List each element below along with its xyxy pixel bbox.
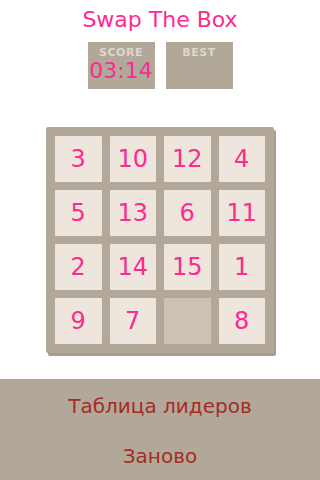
tile-4[interactable]: 4	[219, 136, 266, 182]
score-value: 03:14	[88, 59, 155, 83]
best-label: BEST	[166, 47, 233, 59]
app-screen: Swap The Box SCORE 03:14 BEST 3101245136…	[0, 0, 320, 480]
tile-7[interactable]: 7	[110, 298, 157, 344]
tile-5[interactable]: 5	[55, 190, 102, 236]
score-box: SCORE 03:14	[88, 42, 155, 89]
tile-2[interactable]: 2	[55, 244, 102, 290]
best-box: BEST	[166, 42, 233, 89]
tile-10[interactable]: 10	[110, 136, 157, 182]
leaderboard-button[interactable]: Таблица лидеров	[0, 394, 320, 418]
tile-3[interactable]: 3	[55, 136, 102, 182]
stats-row: SCORE 03:14 BEST	[0, 42, 320, 89]
puzzle-board: 310124513611214151978	[46, 127, 274, 353]
tile-11[interactable]: 11	[219, 190, 266, 236]
menu-panel: Таблица лидеров Заново	[0, 379, 320, 480]
tile-6[interactable]: 6	[164, 190, 211, 236]
tile-1[interactable]: 1	[219, 244, 266, 290]
tile-9[interactable]: 9	[55, 298, 102, 344]
tile-12[interactable]: 12	[164, 136, 211, 182]
restart-button[interactable]: Заново	[0, 444, 320, 468]
tile-14[interactable]: 14	[110, 244, 157, 290]
app-title: Swap The Box	[0, 7, 320, 32]
tile-8[interactable]: 8	[219, 298, 266, 344]
tile-15[interactable]: 15	[164, 244, 211, 290]
empty-cell	[164, 298, 211, 344]
tile-13[interactable]: 13	[110, 190, 157, 236]
